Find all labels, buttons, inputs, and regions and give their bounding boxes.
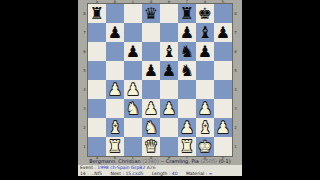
square-e6[interactable]: ♝ (160, 42, 178, 61)
black-rook-icon: ♜ (180, 4, 194, 23)
square-f6[interactable]: ♞ (178, 42, 196, 61)
black-pawn-icon: ♟ (126, 42, 140, 61)
rank-label-1: 1 (233, 137, 238, 156)
material-label: Material : (186, 171, 207, 176)
black-player-name: Cramling, Pia (166, 158, 199, 164)
rank-label-7: 7 (233, 23, 238, 42)
black-pawn-icon: ♟ (198, 42, 212, 61)
chess-app-window: abcdefgh 87654321 87654321 ♜♛♜♚♟♟♝♟♟♝♞♟♟… (78, 0, 242, 176)
white-bishop-icon: ♝ (198, 118, 212, 137)
square-g2[interactable]: ♝ (196, 118, 214, 137)
white-rook-icon: ♜ (108, 137, 122, 156)
move-line: 14 . ...Nf5 Next : 15.cxd5 Length : 40 M… (80, 171, 242, 177)
white-knight-icon: ♞ (144, 118, 158, 137)
square-a6[interactable] (88, 42, 106, 61)
rank-label-1: 1 (82, 137, 87, 156)
rank-label-4: 4 (233, 80, 238, 99)
square-b4[interactable]: ♟ (106, 80, 124, 99)
square-g6[interactable]: ♟ (196, 42, 214, 61)
square-b5[interactable] (106, 61, 124, 80)
rank-label-3: 3 (82, 99, 87, 118)
square-d2[interactable]: ♞ (142, 118, 160, 137)
square-b1[interactable]: ♜ (106, 137, 124, 156)
chess-board[interactable]: ♜♛♜♚♟♟♝♟♟♝♞♟♟♟♞♟♟♞♟♟♟♝♞♟♝♟♜♛♜♚ (88, 4, 232, 156)
square-g7[interactable]: ♝ (196, 23, 214, 42)
square-c5[interactable] (124, 61, 142, 80)
eco-code: A26 (147, 165, 156, 170)
square-e1[interactable] (160, 137, 178, 156)
white-pawn-icon: ♟ (108, 80, 122, 99)
white-queen-icon: ♛ (144, 137, 158, 156)
square-h7[interactable]: ♟ (214, 23, 232, 42)
square-a2[interactable] (88, 118, 106, 137)
square-a4[interactable] (88, 80, 106, 99)
square-a5[interactable] (88, 61, 106, 80)
black-queen-icon: ♛ (144, 4, 158, 23)
square-e5[interactable]: ♟ (160, 61, 178, 80)
square-b8[interactable] (106, 4, 124, 23)
rank-label-6: 6 (82, 42, 87, 61)
player-line: Bergmann, Christian (2340) -- Cramling, … (78, 158, 242, 164)
square-e8[interactable] (160, 4, 178, 23)
video-frame: abcdefgh 87654321 87654321 ♜♛♜♚♟♟♝♟♟♝♞♟♟… (0, 0, 320, 180)
black-pawn-icon: ♟ (216, 23, 230, 42)
square-e2[interactable] (160, 118, 178, 137)
square-f2[interactable]: ♟ (178, 118, 196, 137)
rank-label-8: 8 (233, 4, 238, 23)
square-h6[interactable] (214, 42, 232, 61)
white-player-name: Bergmann, Christian (89, 158, 140, 164)
square-d7[interactable] (142, 23, 160, 42)
square-c8[interactable] (124, 4, 142, 23)
square-f8[interactable]: ♜ (178, 4, 196, 23)
white-king-icon: ♚ (198, 137, 212, 156)
square-g8[interactable]: ♚ (196, 4, 214, 23)
black-knight-icon: ♞ (180, 42, 194, 61)
white-pawn-icon: ♟ (198, 99, 212, 118)
square-d1[interactable]: ♛ (142, 137, 160, 156)
event-link[interactable]: 1998 ch-Spain GrpB2 (97, 165, 145, 170)
game-result: (0-1) (219, 158, 231, 164)
black-player-elo: (2505) (200, 158, 217, 164)
square-e3[interactable]: ♟ (160, 99, 178, 118)
square-c6[interactable]: ♟ (124, 42, 142, 61)
square-f5[interactable]: ♞ (178, 61, 196, 80)
square-g5[interactable] (196, 61, 214, 80)
rank-label-3: 3 (233, 99, 238, 118)
rank-label-5: 5 (233, 61, 238, 80)
square-e4[interactable] (160, 80, 178, 99)
square-h8[interactable] (214, 4, 232, 23)
square-c3[interactable]: ♞ (124, 99, 142, 118)
next-label: Next : (111, 171, 124, 176)
rank-labels-right: 87654321 (233, 4, 238, 156)
rank-label-2: 2 (82, 118, 87, 137)
square-f7[interactable]: ♟ (178, 23, 196, 42)
white-pawn-icon: ♟ (180, 118, 194, 137)
square-b3[interactable] (106, 99, 124, 118)
square-b2[interactable]: ♝ (106, 118, 124, 137)
square-d3[interactable]: ♟ (142, 99, 160, 118)
rank-label-5: 5 (82, 61, 87, 80)
white-pawn-icon: ♟ (144, 99, 158, 118)
players-separator: -- (160, 158, 164, 164)
square-d5[interactable]: ♟ (142, 61, 160, 80)
black-pawn-icon: ♟ (144, 61, 158, 80)
square-a1[interactable] (88, 137, 106, 156)
white-bishop-icon: ♝ (108, 118, 122, 137)
square-f4[interactable] (178, 80, 196, 99)
square-e7[interactable] (160, 23, 178, 42)
rank-label-6: 6 (233, 42, 238, 61)
square-g1[interactable]: ♚ (196, 137, 214, 156)
square-d6[interactable] (142, 42, 160, 61)
black-knight-icon: ♞ (180, 61, 194, 80)
length-label: Length : (152, 171, 170, 176)
white-pawn-icon: ♟ (162, 99, 176, 118)
square-a7[interactable] (88, 23, 106, 42)
white-pawn-icon: ♟ (126, 80, 140, 99)
rank-label-2: 2 (233, 118, 238, 137)
rank-label-8: 8 (82, 4, 87, 23)
square-b6[interactable] (106, 42, 124, 61)
white-pawn-icon: ♟ (216, 118, 230, 137)
square-d8[interactable]: ♛ (142, 4, 160, 23)
square-b7[interactable]: ♟ (106, 23, 124, 42)
event-label: Event : (80, 165, 96, 170)
rank-label-4: 4 (82, 80, 87, 99)
black-bishop-icon: ♝ (198, 23, 212, 42)
next-move: 15.cxd5 (125, 171, 143, 176)
black-pawn-icon: ♟ (162, 61, 176, 80)
game-info-panel: Event : 1998 ch-Spain GrpB2 A26 14 . ...… (78, 165, 242, 176)
square-h5[interactable] (214, 61, 232, 80)
square-c1[interactable] (124, 137, 142, 156)
rank-label-7: 7 (82, 23, 87, 42)
square-d4[interactable] (142, 80, 160, 99)
square-c4[interactable]: ♟ (124, 80, 142, 99)
black-rook-icon: ♜ (90, 4, 104, 23)
square-h4[interactable] (214, 80, 232, 99)
material-value: = (209, 171, 213, 176)
square-h1[interactable] (214, 137, 232, 156)
square-f3[interactable] (178, 99, 196, 118)
black-pawn-icon: ♟ (108, 23, 122, 42)
square-h2[interactable]: ♟ (214, 118, 232, 137)
black-bishop-icon: ♝ (162, 42, 176, 61)
square-g3[interactable]: ♟ (196, 99, 214, 118)
square-a3[interactable] (88, 99, 106, 118)
square-h3[interactable] (214, 99, 232, 118)
square-a8[interactable]: ♜ (88, 4, 106, 23)
square-g4[interactable] (196, 80, 214, 99)
move-played: 14 . ...Nf5 (80, 171, 102, 176)
length-value: 40 (172, 171, 178, 176)
black-king-icon: ♚ (198, 4, 212, 23)
square-f1[interactable]: ♜ (178, 137, 196, 156)
square-c7[interactable] (124, 23, 142, 42)
white-knight-icon: ♞ (126, 99, 140, 118)
white-rook-icon: ♜ (180, 137, 194, 156)
square-c2[interactable] (124, 118, 142, 137)
rank-labels-left: 87654321 (82, 4, 87, 156)
black-pawn-icon: ♟ (180, 23, 194, 42)
white-player-elo: (2340) (142, 158, 159, 164)
